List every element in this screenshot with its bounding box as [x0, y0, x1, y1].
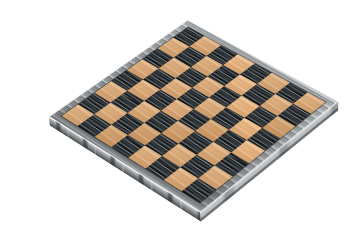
- perspective-wrapper: [0, 0, 360, 240]
- product-photo-background: [0, 0, 360, 240]
- chessboard: [50, 29, 338, 222]
- board-grid: [62, 27, 326, 203]
- board-top-face: [49, 20, 339, 213]
